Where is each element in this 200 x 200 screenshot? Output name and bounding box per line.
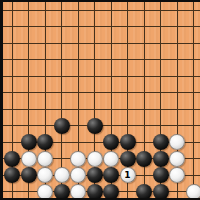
black-stone[interactable]: [103, 134, 119, 150]
black-stone[interactable]: [153, 167, 169, 183]
white-stone[interactable]: [169, 151, 185, 167]
screenshot-root: 1: [0, 0, 200, 200]
black-stone[interactable]: [21, 167, 37, 183]
black-stone[interactable]: [4, 167, 20, 183]
grid-vline: [193, 0, 194, 200]
go-board[interactable]: 1: [0, 0, 200, 200]
move-1-stone[interactable]: 1: [120, 167, 136, 183]
black-stone[interactable]: [103, 167, 119, 183]
white-stone[interactable]: [169, 167, 185, 183]
grid-hline: [0, 76, 200, 77]
white-stone[interactable]: [37, 151, 53, 167]
board-frame-top: [0, 0, 200, 2]
board-frame-bottom: [0, 198, 200, 200]
black-stone[interactable]: [4, 151, 20, 167]
grid-vline: [144, 0, 145, 200]
white-stone[interactable]: [70, 151, 86, 167]
board-frame-left: [0, 0, 3, 200]
grid-hline: [0, 109, 200, 110]
black-stone[interactable]: [120, 151, 136, 167]
black-stone[interactable]: [120, 134, 136, 150]
grid-hline: [0, 92, 200, 93]
black-stone[interactable]: [21, 134, 37, 150]
white-stone[interactable]: [21, 151, 37, 167]
grid-hline: [0, 59, 200, 60]
black-stone[interactable]: [54, 118, 70, 134]
black-stone[interactable]: [87, 118, 103, 134]
white-stone[interactable]: [103, 151, 119, 167]
grid-hline: [0, 43, 200, 44]
white-stone[interactable]: [54, 167, 70, 183]
white-stone[interactable]: [169, 134, 185, 150]
black-stone[interactable]: [153, 151, 169, 167]
white-stone[interactable]: [37, 167, 53, 183]
black-stone[interactable]: [153, 134, 169, 150]
black-stone[interactable]: [136, 151, 152, 167]
move-number-label: 1: [124, 171, 130, 180]
grid-hline: [0, 10, 200, 11]
grid-hline: [0, 26, 200, 27]
white-stone[interactable]: [70, 167, 86, 183]
black-stone[interactable]: [37, 134, 53, 150]
black-stone[interactable]: [87, 167, 103, 183]
white-stone[interactable]: [87, 151, 103, 167]
